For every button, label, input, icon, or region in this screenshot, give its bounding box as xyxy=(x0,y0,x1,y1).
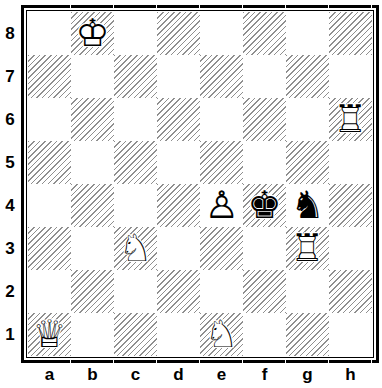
square-g5[interactable] xyxy=(286,141,329,184)
square-a4[interactable] xyxy=(28,184,71,227)
square-c2[interactable] xyxy=(114,270,157,313)
file-label-a: a xyxy=(28,364,71,386)
square-f4[interactable]: ♚♚ xyxy=(243,184,286,227)
square-d8[interactable] xyxy=(157,12,200,55)
rank-label-8: 8 xyxy=(0,12,20,55)
square-c3[interactable]: ♞♘ xyxy=(114,227,157,270)
square-c8[interactable] xyxy=(114,12,157,55)
square-f5[interactable] xyxy=(243,141,286,184)
square-a6[interactable] xyxy=(28,98,71,141)
square-d2[interactable] xyxy=(157,270,200,313)
square-h3[interactable] xyxy=(329,227,372,270)
piece-halo-g4: ♞ xyxy=(286,184,329,227)
file-label-e: e xyxy=(200,364,243,386)
piece-halo-e4: ♟ xyxy=(200,184,243,227)
square-e7[interactable] xyxy=(200,55,243,98)
rank-label-7: 7 xyxy=(0,55,20,98)
square-b5[interactable] xyxy=(71,141,114,184)
square-h6[interactable]: ♜♖ xyxy=(329,98,372,141)
piece-halo-c3: ♞ xyxy=(114,227,157,270)
square-h7[interactable] xyxy=(329,55,372,98)
piece-white-knight-e1[interactable]: ♘ xyxy=(200,313,243,356)
rank-label-6: 6 xyxy=(0,98,20,141)
file-label-d: d xyxy=(157,364,200,386)
square-g6[interactable] xyxy=(286,98,329,141)
chess-diagram-page: { "game": "chess", "position": { "fen": … xyxy=(0,0,382,388)
square-b3[interactable] xyxy=(71,227,114,270)
piece-halo-f4: ♚ xyxy=(243,184,286,227)
square-g1[interactable] xyxy=(286,313,329,356)
square-b7[interactable] xyxy=(71,55,114,98)
square-g7[interactable] xyxy=(286,55,329,98)
piece-halo-h6: ♜ xyxy=(329,98,372,141)
file-label-c: c xyxy=(114,364,157,386)
piece-black-king-f4[interactable]: ♚ xyxy=(243,184,286,227)
square-c5[interactable] xyxy=(114,141,157,184)
square-d1[interactable] xyxy=(157,313,200,356)
rank-label-4: 4 xyxy=(0,184,20,227)
square-e2[interactable] xyxy=(200,270,243,313)
file-label-h: h xyxy=(329,364,372,386)
rank-label-5: 5 xyxy=(0,141,20,184)
square-f1[interactable] xyxy=(243,313,286,356)
piece-white-king-b8[interactable]: ♔ xyxy=(71,12,114,55)
square-e6[interactable] xyxy=(200,98,243,141)
square-d7[interactable] xyxy=(157,55,200,98)
square-b8[interactable]: ♚♔ xyxy=(71,12,114,55)
square-c4[interactable] xyxy=(114,184,157,227)
square-a3[interactable] xyxy=(28,227,71,270)
file-labels: abcdefgh xyxy=(28,364,372,386)
square-b6[interactable] xyxy=(71,98,114,141)
square-f7[interactable] xyxy=(243,55,286,98)
piece-halo-g3: ♜ xyxy=(286,227,329,270)
square-f8[interactable] xyxy=(243,12,286,55)
square-a5[interactable] xyxy=(28,141,71,184)
square-a8[interactable] xyxy=(28,12,71,55)
piece-white-queen-a1[interactable]: ♕ xyxy=(28,313,71,356)
piece-white-rook-h6[interactable]: ♖ xyxy=(329,98,372,141)
file-label-f: f xyxy=(243,364,286,386)
rank-label-2: 2 xyxy=(0,270,20,313)
rank-label-3: 3 xyxy=(0,227,20,270)
square-e1[interactable]: ♞♘ xyxy=(200,313,243,356)
piece-halo-b8: ♚ xyxy=(71,12,114,55)
square-d6[interactable] xyxy=(157,98,200,141)
file-label-b: b xyxy=(71,364,114,386)
file-label-g: g xyxy=(286,364,329,386)
square-d4[interactable] xyxy=(157,184,200,227)
square-e3[interactable] xyxy=(200,227,243,270)
square-a7[interactable] xyxy=(28,55,71,98)
chess-board: ♚♔♜♖♟♙♚♚♞♞♞♘♜♖♛♕♞♘ xyxy=(28,12,372,356)
rank-labels: 87654321 xyxy=(0,12,20,356)
square-b1[interactable] xyxy=(71,313,114,356)
square-b2[interactable] xyxy=(71,270,114,313)
square-d3[interactable] xyxy=(157,227,200,270)
square-g4[interactable]: ♞♞ xyxy=(286,184,329,227)
board-inner-frame: ♚♔♜♖♟♙♚♚♞♞♞♘♜♖♛♕♞♘ xyxy=(26,10,374,358)
square-d5[interactable] xyxy=(157,141,200,184)
square-c6[interactable] xyxy=(114,98,157,141)
rank-label-1: 1 xyxy=(0,313,20,356)
square-g3[interactable]: ♜♖ xyxy=(286,227,329,270)
piece-white-knight-c3[interactable]: ♘ xyxy=(114,227,157,270)
piece-white-rook-g3[interactable]: ♖ xyxy=(286,227,329,270)
piece-halo-a1: ♛ xyxy=(28,313,71,356)
piece-white-pawn-e4[interactable]: ♙ xyxy=(200,184,243,227)
square-e8[interactable] xyxy=(200,12,243,55)
square-g8[interactable] xyxy=(286,12,329,55)
piece-black-knight-g4[interactable]: ♞ xyxy=(286,184,329,227)
square-h4[interactable] xyxy=(329,184,372,227)
square-c1[interactable] xyxy=(114,313,157,356)
square-f6[interactable] xyxy=(243,98,286,141)
square-c7[interactable] xyxy=(114,55,157,98)
square-g2[interactable] xyxy=(286,270,329,313)
top-border-ticks xyxy=(28,5,372,8)
square-e4[interactable]: ♟♙ xyxy=(200,184,243,227)
bottom-border-ticks xyxy=(28,360,372,363)
square-f3[interactable] xyxy=(243,227,286,270)
square-h2[interactable] xyxy=(329,270,372,313)
square-f2[interactable] xyxy=(243,270,286,313)
square-a1[interactable]: ♛♕ xyxy=(28,313,71,356)
board-frame: ♚♔♜♖♟♙♚♚♞♞♞♘♜♖♛♕♞♘ xyxy=(21,5,379,363)
square-b4[interactable] xyxy=(71,184,114,227)
square-h1[interactable] xyxy=(329,313,372,356)
square-h8[interactable] xyxy=(329,12,372,55)
square-e5[interactable] xyxy=(200,141,243,184)
square-a2[interactable] xyxy=(28,270,71,313)
piece-halo-e1: ♞ xyxy=(200,313,243,356)
square-h5[interactable] xyxy=(329,141,372,184)
